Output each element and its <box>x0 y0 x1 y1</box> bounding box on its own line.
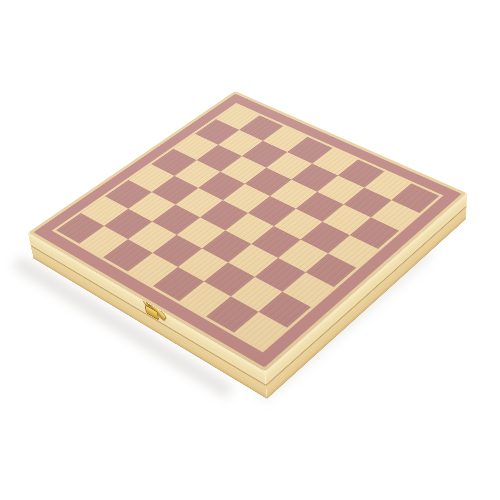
square-g4 <box>278 240 328 273</box>
chess-board <box>28 91 467 372</box>
square-f2 <box>204 262 255 296</box>
square-h2 <box>259 292 311 328</box>
square-c1 <box>103 239 152 271</box>
square-f3 <box>228 244 278 277</box>
square-h3 <box>282 272 334 307</box>
square-f5 <box>274 209 323 240</box>
square-d3 <box>177 217 226 248</box>
square-g1 <box>206 296 258 332</box>
square-h1 <box>234 312 287 349</box>
square-h4 <box>306 253 357 287</box>
square-e4 <box>225 213 274 244</box>
square-b1 <box>79 226 128 257</box>
square-f1 <box>179 281 231 316</box>
board-box-3d <box>80 45 416 381</box>
square-g3 <box>255 258 306 292</box>
square-g2 <box>231 277 283 312</box>
square-e3 <box>202 230 251 262</box>
square-f4 <box>251 226 300 258</box>
square-d2 <box>153 235 202 267</box>
square-d1 <box>128 253 178 286</box>
board-grid <box>56 105 439 349</box>
square-e1 <box>153 267 204 301</box>
square-h5 <box>328 235 378 268</box>
square-g5 <box>301 222 350 254</box>
product-photo <box>0 0 500 500</box>
square-g6 <box>322 204 370 235</box>
square-c2 <box>128 222 177 253</box>
square-h6 <box>350 217 399 249</box>
square-h7 <box>371 200 419 231</box>
square-e2 <box>178 248 228 281</box>
